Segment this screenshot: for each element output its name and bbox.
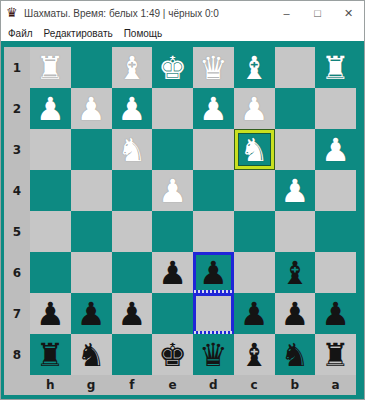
chess-app-window: ♛ Шахматы. Время: белых 1:49 | чёрных 0:…	[0, 0, 365, 400]
square-b6[interactable]: ♝	[275, 252, 316, 293]
piece-white-king: ♚	[158, 52, 187, 84]
file-label-c: c	[234, 375, 275, 395]
file-strip-corner	[4, 375, 30, 395]
piece-white-pawn: ♟	[281, 175, 310, 207]
square-b3[interactable]	[275, 129, 316, 170]
rank-label-7: 7	[4, 293, 30, 334]
piece-white-pawn: ♟	[199, 93, 228, 125]
square-g3[interactable]	[71, 129, 112, 170]
square-f2[interactable]: ♟	[112, 88, 153, 129]
minimize-button[interactable]: –	[271, 1, 302, 25]
piece-black-knight: ♞	[281, 339, 310, 371]
square-h3[interactable]	[30, 129, 71, 170]
piece-black-pawn: ♟	[281, 298, 310, 330]
piece-white-pawn: ♟	[158, 175, 187, 207]
square-e3[interactable]	[152, 129, 193, 170]
piece-white-rook: ♜	[321, 52, 350, 84]
square-a7[interactable]: ♟	[315, 293, 356, 334]
rank-labels-strip: 12345678	[4, 47, 30, 375]
file-label-a: a	[315, 375, 356, 395]
square-d2[interactable]: ♟	[193, 88, 234, 129]
square-h2[interactable]: ♟	[30, 88, 71, 129]
file-label-e: e	[152, 375, 193, 395]
square-c4[interactable]	[234, 170, 275, 211]
square-e5[interactable]	[152, 211, 193, 252]
piece-black-pawn: ♟	[158, 257, 187, 289]
piece-black-pawn: ♟	[77, 298, 106, 330]
window-controls: – □ ✕	[271, 1, 364, 25]
square-d5[interactable]	[193, 211, 234, 252]
title-bar: ♛ Шахматы. Время: белых 1:49 | чёрных 0:…	[1, 1, 364, 25]
square-b2[interactable]	[275, 88, 316, 129]
square-g4[interactable]	[71, 170, 112, 211]
file-labels-strip: hgfedcba	[4, 375, 356, 395]
file-label-d: d	[193, 375, 234, 395]
square-g8[interactable]: ♞	[71, 334, 112, 375]
window-title: Шахматы. Время: белых 1:49 | чёрных 0:0	[24, 8, 219, 19]
square-b5[interactable]	[275, 211, 316, 252]
piece-white-bishop: ♝	[240, 52, 269, 84]
piece-black-rook: ♜	[321, 339, 350, 371]
square-h4[interactable]	[30, 170, 71, 211]
file-label-b: b	[275, 375, 316, 395]
square-a2[interactable]	[315, 88, 356, 129]
square-e2[interactable]	[152, 88, 193, 129]
piece-white-pawn: ♟	[77, 93, 106, 125]
square-b1[interactable]	[275, 47, 316, 88]
square-h8[interactable]: ♜	[30, 334, 71, 375]
square-b4[interactable]: ♟	[275, 170, 316, 211]
piece-white-pawn: ♟	[321, 134, 350, 166]
square-a8[interactable]: ♜	[315, 334, 356, 375]
square-d7[interactable]	[193, 293, 234, 334]
piece-black-pawn: ♟	[118, 298, 147, 330]
square-g1[interactable]	[71, 47, 112, 88]
piece-black-rook: ♜	[36, 339, 65, 371]
square-f6[interactable]	[112, 252, 153, 293]
square-e1[interactable]: ♚	[152, 47, 193, 88]
rank-label-3: 3	[4, 129, 30, 170]
piece-black-king: ♚	[158, 339, 187, 371]
piece-black-pawn: ♟	[199, 257, 228, 289]
square-c6[interactable]	[234, 252, 275, 293]
square-d3[interactable]	[193, 129, 234, 170]
square-h1[interactable]: ♜	[30, 47, 71, 88]
square-c1[interactable]: ♝	[234, 47, 275, 88]
square-g6[interactable]	[71, 252, 112, 293]
piece-white-knight: ♞	[118, 134, 147, 166]
piece-white-pawn: ♟	[36, 93, 65, 125]
square-a1[interactable]: ♜	[315, 47, 356, 88]
menu-bar: Файл Редактировать Помощь	[1, 25, 364, 41]
square-d8[interactable]: ♛	[193, 334, 234, 375]
piece-black-knight: ♞	[77, 339, 106, 371]
square-e7[interactable]	[152, 293, 193, 334]
square-f1[interactable]: ♝	[112, 47, 153, 88]
square-f5[interactable]	[112, 211, 153, 252]
piece-black-pawn: ♟	[240, 298, 269, 330]
piece-black-pawn: ♟	[36, 298, 65, 330]
square-a4[interactable]	[315, 170, 356, 211]
menu-file[interactable]: Файл	[8, 28, 33, 39]
square-a6[interactable]	[315, 252, 356, 293]
file-label-f: f	[112, 375, 153, 395]
menu-edit[interactable]: Редактировать	[44, 28, 113, 39]
square-e8[interactable]: ♚	[152, 334, 193, 375]
square-d6[interactable]: ♟	[193, 252, 234, 293]
rank-label-1: 1	[4, 47, 30, 88]
square-f7[interactable]: ♟	[112, 293, 153, 334]
square-e4[interactable]: ♟	[152, 170, 193, 211]
square-b8[interactable]: ♞	[275, 334, 316, 375]
square-g5[interactable]	[71, 211, 112, 252]
square-h5[interactable]	[30, 211, 71, 252]
rank-label-6: 6	[4, 252, 30, 293]
piece-black-pawn: ♟	[321, 298, 350, 330]
app-queen-icon: ♛	[6, 1, 20, 25]
square-g2[interactable]: ♟	[71, 88, 112, 129]
chess-board: ♜♝♚♛♝♜♟♟♟♟♟♞♞♟♟♟♟♟♝♟♟♟♟♟♟♜♞♚♛♝♞♜	[30, 47, 356, 375]
square-e6[interactable]: ♟	[152, 252, 193, 293]
square-b7[interactable]: ♟	[275, 293, 316, 334]
square-c5[interactable]	[234, 211, 275, 252]
rank-label-5: 5	[4, 211, 30, 252]
piece-black-bishop: ♝	[240, 339, 269, 371]
square-a3[interactable]: ♟	[315, 129, 356, 170]
file-label-h: h	[30, 375, 71, 395]
piece-black-bishop: ♝	[281, 257, 310, 289]
square-d4[interactable]	[193, 170, 234, 211]
square-h6[interactable]	[30, 252, 71, 293]
piece-white-knight: ♞	[240, 134, 269, 166]
maximize-button[interactable]: □	[302, 1, 333, 25]
rank-label-8: 8	[4, 334, 30, 375]
square-g7[interactable]: ♟	[71, 293, 112, 334]
piece-white-bishop: ♝	[118, 52, 147, 84]
close-button[interactable]: ✕	[333, 1, 364, 25]
square-f4[interactable]	[112, 170, 153, 211]
piece-white-pawn: ♟	[240, 93, 269, 125]
piece-black-queen: ♛	[199, 339, 228, 371]
square-c8[interactable]: ♝	[234, 334, 275, 375]
square-f8[interactable]	[112, 334, 153, 375]
piece-white-queen: ♛	[199, 52, 228, 84]
rank-label-2: 2	[4, 88, 30, 129]
square-d1[interactable]: ♛	[193, 47, 234, 88]
menu-help[interactable]: Помощь	[124, 28, 163, 39]
square-c2[interactable]: ♟	[234, 88, 275, 129]
square-a5[interactable]	[315, 211, 356, 252]
square-h7[interactable]: ♟	[30, 293, 71, 334]
square-c7[interactable]: ♟	[234, 293, 275, 334]
piece-white-rook: ♜	[36, 52, 65, 84]
square-f3[interactable]: ♞	[112, 129, 153, 170]
rank-label-4: 4	[4, 170, 30, 211]
file-label-g: g	[71, 375, 112, 395]
square-c3[interactable]: ♞	[234, 129, 275, 170]
piece-white-pawn: ♟	[118, 93, 147, 125]
